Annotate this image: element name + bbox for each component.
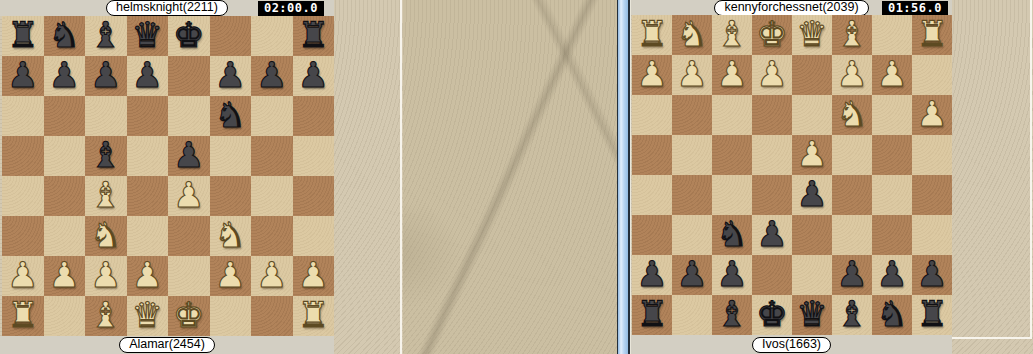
square-f3[interactable]: ♞ xyxy=(210,216,252,256)
square-g4[interactable] xyxy=(672,135,712,175)
square-c5[interactable]: ♝ xyxy=(85,136,127,176)
square-f6[interactable]: ♞ xyxy=(210,96,252,136)
black-pawn-piece: ♟ xyxy=(636,257,667,292)
black-pawn-piece: ♟ xyxy=(173,138,204,173)
right-game-window: kennyforchessnet(2039) 01:56.0 ♜♞♝♚♛♝♜♟♟… xyxy=(631,0,1033,354)
square-g6[interactable] xyxy=(672,215,712,255)
white-bishop-piece: ♝ xyxy=(836,17,867,52)
square-d1[interactable]: ♛ xyxy=(792,15,832,55)
white-rook-piece: ♜ xyxy=(916,17,947,52)
square-a1[interactable]: ♜ xyxy=(912,15,952,55)
left-game-window: helmsknight(2211) 02:00.0 ♜♞♝♛♚♜♟♟♟♟♟♟♟♞… xyxy=(0,0,403,354)
square-a5[interactable] xyxy=(2,136,44,176)
white-king-piece: ♚ xyxy=(173,298,204,333)
black-bishop-piece: ♝ xyxy=(716,297,747,332)
square-h8[interactable]: ♜ xyxy=(293,16,335,56)
white-rook-piece: ♜ xyxy=(7,298,38,333)
square-b5[interactable] xyxy=(44,136,86,176)
square-e6[interactable]: ♟ xyxy=(752,215,792,255)
left-bottom-player-plate: Alamar(2454) xyxy=(119,337,215,353)
black-rook-piece: ♜ xyxy=(916,297,947,332)
square-h6[interactable] xyxy=(293,96,335,136)
square-c2[interactable]: ♟ xyxy=(832,55,872,95)
black-pawn-piece: ♟ xyxy=(298,58,329,93)
white-pawn-piece: ♟ xyxy=(298,258,329,293)
square-g7[interactable]: ♟ xyxy=(251,56,293,96)
square-b1[interactable] xyxy=(872,15,912,55)
square-f7[interactable]: ♟ xyxy=(210,56,252,96)
black-bishop-piece: ♝ xyxy=(836,297,867,332)
square-c7[interactable]: ♟ xyxy=(85,56,127,96)
square-c4[interactable] xyxy=(832,135,872,175)
black-knight-piece: ♞ xyxy=(49,18,80,53)
square-e8[interactable]: ♚ xyxy=(752,295,792,335)
square-d2[interactable]: ♟ xyxy=(127,256,169,296)
square-h5[interactable] xyxy=(632,175,672,215)
square-e4[interactable]: ♟ xyxy=(168,176,210,216)
right-top-clock: 01:56.0 xyxy=(882,1,948,16)
square-f2[interactable]: ♟ xyxy=(712,55,752,95)
square-b6[interactable] xyxy=(44,96,86,136)
black-knight-piece: ♞ xyxy=(215,98,246,133)
black-pawn-piece: ♟ xyxy=(716,257,747,292)
square-e5[interactable] xyxy=(752,175,792,215)
square-c3[interactable]: ♞ xyxy=(832,95,872,135)
square-b3[interactable] xyxy=(44,216,86,256)
white-knight-piece: ♞ xyxy=(215,218,246,253)
right-top-strip: kennyforchessnet(2039) 01:56.0 xyxy=(631,0,952,15)
white-pawn-piece: ♟ xyxy=(716,57,747,92)
right-top-player-plate: kennyforchessnet(2039) xyxy=(714,0,868,16)
square-h6[interactable] xyxy=(632,215,672,255)
left-window-edge-highlight xyxy=(400,0,402,354)
black-pawn-piece: ♟ xyxy=(256,58,287,93)
square-h3[interactable] xyxy=(632,95,672,135)
square-f1[interactable]: ♝ xyxy=(712,15,752,55)
square-e7[interactable] xyxy=(168,56,210,96)
square-a3[interactable]: ♟ xyxy=(912,95,952,135)
square-c8[interactable]: ♝ xyxy=(832,295,872,335)
black-knight-piece: ♞ xyxy=(876,297,907,332)
square-c7[interactable]: ♟ xyxy=(832,255,872,295)
square-f5[interactable] xyxy=(712,175,752,215)
square-b1[interactable] xyxy=(44,296,86,336)
square-a4[interactable] xyxy=(912,135,952,175)
white-queen-piece: ♛ xyxy=(132,298,163,333)
square-g2[interactable]: ♟ xyxy=(251,256,293,296)
square-e2[interactable] xyxy=(168,256,210,296)
black-pawn-piece: ♟ xyxy=(49,58,80,93)
black-king-piece: ♚ xyxy=(756,297,787,332)
white-bishop-piece: ♝ xyxy=(716,17,747,52)
black-pawn-piece: ♟ xyxy=(90,58,121,93)
square-g8[interactable] xyxy=(251,16,293,56)
black-pawn-piece: ♟ xyxy=(7,58,38,93)
black-bishop-piece: ♝ xyxy=(90,138,121,173)
black-pawn-piece: ♟ xyxy=(916,257,947,292)
square-f2[interactable]: ♟ xyxy=(210,256,252,296)
square-d7[interactable] xyxy=(792,255,832,295)
white-pawn-piece: ♟ xyxy=(676,57,707,92)
square-a3[interactable] xyxy=(2,216,44,256)
square-d8[interactable]: ♛ xyxy=(127,16,169,56)
black-pawn-piece: ♟ xyxy=(796,177,827,212)
left-bottom-strip: Alamar(2454) 01:57.0 xyxy=(0,336,334,354)
square-d4[interactable] xyxy=(127,176,169,216)
square-c2[interactable]: ♟ xyxy=(85,256,127,296)
right-window-bottom-highlight xyxy=(952,337,1032,339)
square-a8[interactable]: ♜ xyxy=(2,16,44,56)
square-a2[interactable] xyxy=(912,55,952,95)
square-h7[interactable]: ♟ xyxy=(293,56,335,96)
square-e6[interactable] xyxy=(168,96,210,136)
square-d6[interactable] xyxy=(792,215,832,255)
white-rook-piece: ♜ xyxy=(298,298,329,333)
square-g1[interactable]: ♞ xyxy=(672,15,712,55)
white-bishop-piece: ♝ xyxy=(90,298,121,333)
white-bishop-piece: ♝ xyxy=(90,178,121,213)
square-g5[interactable] xyxy=(251,136,293,176)
black-queen-piece: ♛ xyxy=(132,18,163,53)
square-a1[interactable]: ♜ xyxy=(2,296,44,336)
white-pawn-piece: ♟ xyxy=(796,137,827,172)
square-c6[interactable] xyxy=(85,96,127,136)
white-pawn-piece: ♟ xyxy=(636,57,667,92)
left-chess-board: ♜♞♝♛♚♜♟♟♟♟♟♟♟♞♝♟♝♟♞♞♟♟♟♟♟♟♟♜♝♛♚♜ xyxy=(2,16,334,336)
square-d3[interactable] xyxy=(127,216,169,256)
square-f8[interactable] xyxy=(210,16,252,56)
square-c4[interactable]: ♝ xyxy=(85,176,127,216)
square-g8[interactable] xyxy=(672,295,712,335)
square-b8[interactable]: ♞ xyxy=(44,16,86,56)
square-f1[interactable] xyxy=(210,296,252,336)
desktop-marble-background: helmsknight(2211) 02:00.0 ♜♞♝♛♚♜♟♟♟♟♟♟♟♞… xyxy=(0,0,1033,354)
white-pawn-piece: ♟ xyxy=(7,258,38,293)
square-f8[interactable]: ♝ xyxy=(712,295,752,335)
square-a8[interactable]: ♜ xyxy=(912,295,952,335)
black-rook-piece: ♜ xyxy=(7,18,38,53)
square-c1[interactable]: ♝ xyxy=(85,296,127,336)
square-d5[interactable] xyxy=(127,136,169,176)
square-a2[interactable]: ♟ xyxy=(2,256,44,296)
black-bishop-piece: ♝ xyxy=(90,18,121,53)
square-a5[interactable] xyxy=(912,175,952,215)
black-rook-piece: ♜ xyxy=(298,18,329,53)
white-pawn-piece: ♟ xyxy=(916,97,947,132)
square-h1[interactable]: ♜ xyxy=(293,296,335,336)
square-b6[interactable] xyxy=(872,215,912,255)
white-pawn-piece: ♟ xyxy=(90,258,121,293)
square-d5[interactable]: ♟ xyxy=(792,175,832,215)
left-top-clock: 02:00.0 xyxy=(258,1,324,16)
black-pawn-piece: ♟ xyxy=(876,257,907,292)
white-king-piece: ♚ xyxy=(756,17,787,52)
square-g7[interactable]: ♟ xyxy=(672,255,712,295)
square-c1[interactable]: ♝ xyxy=(832,15,872,55)
square-f7[interactable]: ♟ xyxy=(712,255,752,295)
right-chess-board: ♜♞♝♚♛♝♜♟♟♟♟♟♟♞♟♟♟♞♟♟♟♟♟♟♟♜♝♚♛♝♞♜ xyxy=(632,15,952,335)
square-g5[interactable] xyxy=(672,175,712,215)
square-f6[interactable]: ♞ xyxy=(712,215,752,255)
square-e3[interactable] xyxy=(752,95,792,135)
square-e7[interactable] xyxy=(752,255,792,295)
square-e5[interactable]: ♟ xyxy=(168,136,210,176)
black-queen-piece: ♛ xyxy=(796,297,827,332)
square-b3[interactable] xyxy=(872,95,912,135)
square-h3[interactable] xyxy=(293,216,335,256)
square-g2[interactable]: ♟ xyxy=(672,55,712,95)
white-pawn-piece: ♟ xyxy=(132,258,163,293)
right-window-frame-stripe xyxy=(617,0,631,354)
square-h2[interactable]: ♟ xyxy=(632,55,672,95)
white-pawn-piece: ♟ xyxy=(49,258,80,293)
square-e4[interactable] xyxy=(752,135,792,175)
square-a7[interactable]: ♟ xyxy=(2,56,44,96)
black-pawn-piece: ♟ xyxy=(215,58,246,93)
square-d8[interactable]: ♛ xyxy=(792,295,832,335)
square-b2[interactable]: ♟ xyxy=(872,55,912,95)
white-rook-piece: ♜ xyxy=(636,17,667,52)
black-knight-piece: ♞ xyxy=(716,217,747,252)
square-a4[interactable] xyxy=(2,176,44,216)
square-e1[interactable]: ♚ xyxy=(168,296,210,336)
square-d2[interactable] xyxy=(792,55,832,95)
square-d4[interactable]: ♟ xyxy=(792,135,832,175)
square-h2[interactable]: ♟ xyxy=(293,256,335,296)
square-e1[interactable]: ♚ xyxy=(752,15,792,55)
white-queen-piece: ♛ xyxy=(796,17,827,52)
square-d7[interactable]: ♟ xyxy=(127,56,169,96)
square-a6[interactable] xyxy=(912,215,952,255)
black-pawn-piece: ♟ xyxy=(836,257,867,292)
square-c6[interactable] xyxy=(832,215,872,255)
square-e3[interactable] xyxy=(168,216,210,256)
white-knight-piece: ♞ xyxy=(90,218,121,253)
square-d1[interactable]: ♛ xyxy=(127,296,169,336)
square-h5[interactable] xyxy=(293,136,335,176)
square-a6[interactable] xyxy=(2,96,44,136)
square-h4[interactable] xyxy=(632,135,672,175)
square-f4[interactable] xyxy=(210,176,252,216)
square-b4[interactable] xyxy=(872,135,912,175)
square-e8[interactable]: ♚ xyxy=(168,16,210,56)
right-bottom-strip: Ivos(1663) 02:00.0 xyxy=(631,335,952,354)
black-rook-piece: ♜ xyxy=(636,297,667,332)
square-b4[interactable] xyxy=(44,176,86,216)
right-bottom-player-plate: Ivos(1663) xyxy=(752,337,831,353)
square-g4[interactable] xyxy=(251,176,293,216)
square-b5[interactable] xyxy=(872,175,912,215)
black-pawn-piece: ♟ xyxy=(132,58,163,93)
white-pawn-piece: ♟ xyxy=(215,258,246,293)
black-pawn-piece: ♟ xyxy=(676,257,707,292)
square-c5[interactable] xyxy=(832,175,872,215)
square-b7[interactable]: ♟ xyxy=(872,255,912,295)
square-g1[interactable] xyxy=(251,296,293,336)
square-h4[interactable] xyxy=(293,176,335,216)
white-pawn-piece: ♟ xyxy=(756,57,787,92)
square-b7[interactable]: ♟ xyxy=(44,56,86,96)
white-pawn-piece: ♟ xyxy=(256,258,287,293)
square-d3[interactable] xyxy=(792,95,832,135)
square-g3[interactable] xyxy=(251,216,293,256)
black-king-piece: ♚ xyxy=(173,18,204,53)
square-c8[interactable]: ♝ xyxy=(85,16,127,56)
square-h8[interactable]: ♜ xyxy=(632,295,672,335)
left-top-strip: helmsknight(2211) 02:00.0 xyxy=(0,0,334,16)
square-b8[interactable]: ♞ xyxy=(872,295,912,335)
white-pawn-piece: ♟ xyxy=(173,178,204,213)
white-pawn-piece: ♟ xyxy=(876,57,907,92)
square-g6[interactable] xyxy=(251,96,293,136)
square-e2[interactable]: ♟ xyxy=(752,55,792,95)
square-c3[interactable]: ♞ xyxy=(85,216,127,256)
square-d6[interactable] xyxy=(127,96,169,136)
white-knight-piece: ♞ xyxy=(676,17,707,52)
square-b2[interactable]: ♟ xyxy=(44,256,86,296)
square-g3[interactable] xyxy=(672,95,712,135)
square-h1[interactable]: ♜ xyxy=(632,15,672,55)
white-pawn-piece: ♟ xyxy=(836,57,867,92)
left-top-player-plate: helmsknight(2211) xyxy=(106,0,228,16)
white-knight-piece: ♞ xyxy=(836,97,867,132)
black-pawn-piece: ♟ xyxy=(756,217,787,252)
square-h7[interactable]: ♟ xyxy=(632,255,672,295)
square-f5[interactable] xyxy=(210,136,252,176)
square-f4[interactable] xyxy=(712,135,752,175)
square-f3[interactable] xyxy=(712,95,752,135)
square-a7[interactable]: ♟ xyxy=(912,255,952,295)
right-window-edge-highlight xyxy=(1030,0,1032,338)
